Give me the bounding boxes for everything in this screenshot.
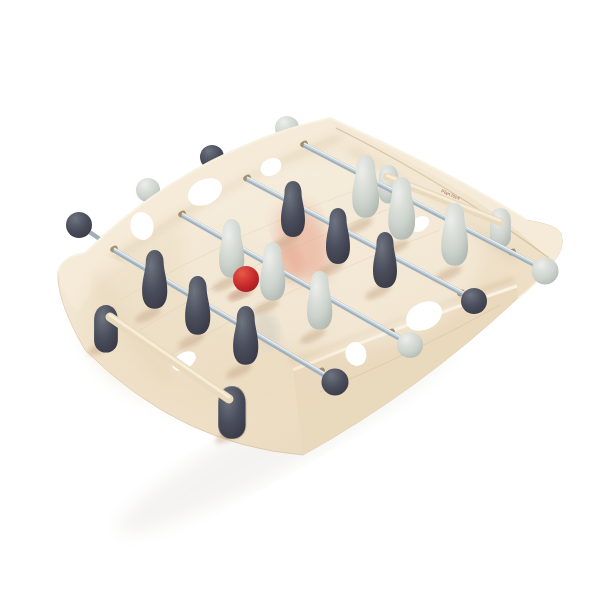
rod-4-far-knob-dark[interactable] [66, 212, 92, 238]
product-photo-foosball: PlanToys [0, 0, 600, 600]
rod-1-near-knob-light[interactable] [532, 258, 559, 285]
near-goal-post-left [94, 305, 118, 353]
rod-4-near-knob-dark[interactable] [322, 369, 349, 396]
rod-2-near-knob-dark[interactable] [461, 288, 487, 314]
foosball-scene: PlanToys [0, 0, 600, 600]
game-ball-red[interactable] [233, 266, 259, 292]
rod-3-near-knob-light[interactable] [397, 332, 423, 358]
